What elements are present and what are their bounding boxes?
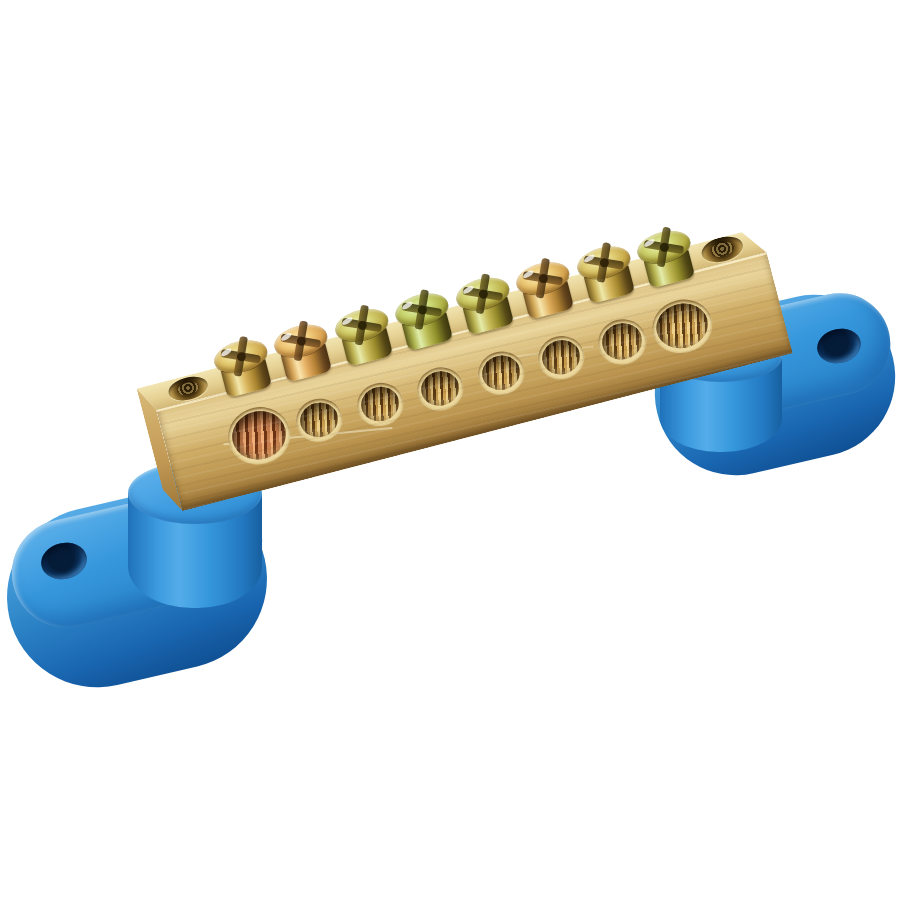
wire-hole-threads — [227, 405, 291, 465]
product-photo-scene — [0, 0, 900, 900]
wire-hole — [353, 378, 408, 430]
wire-hole — [534, 331, 589, 383]
wire-hole — [413, 362, 468, 414]
wire-hole — [222, 400, 296, 470]
wire-hole — [292, 394, 347, 446]
wire-hole-threads — [417, 367, 462, 409]
wire-hole — [593, 314, 650, 369]
wire-hole-threads — [296, 399, 341, 441]
wire-hole-threads — [651, 298, 712, 354]
wire-hole-threads — [598, 319, 646, 364]
wire-hole-threads — [478, 351, 523, 393]
wire-hole-threads — [357, 383, 402, 425]
wire-hole — [647, 293, 718, 358]
wire-hole-threads — [538, 336, 583, 378]
